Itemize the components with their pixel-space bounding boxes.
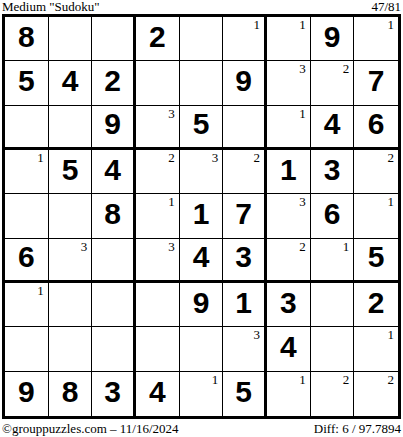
sudoku-cell-r3c2[interactable] xyxy=(49,106,93,150)
pencil-mark: 1 xyxy=(388,328,395,341)
sudoku-cell-r7c8[interactable] xyxy=(311,283,355,327)
pencil-mark: 2 xyxy=(168,151,175,164)
given-digit: 9 xyxy=(235,66,252,96)
sudoku-cell-r7c2[interactable] xyxy=(49,283,93,327)
sudoku-cell-r5c6[interactable]: 7 xyxy=(223,194,267,238)
sudoku-cell-r1c2[interactable] xyxy=(49,17,93,61)
given-digit: 1 xyxy=(235,288,252,318)
pencil-mark: 1 xyxy=(37,151,44,164)
given-digit: 4 xyxy=(149,377,166,407)
given-digit: 4 xyxy=(104,155,121,185)
pencil-mark: 1 xyxy=(343,240,350,253)
sudoku-cell-r1c7[interactable]: 1 xyxy=(267,17,311,61)
sudoku-cell-r8c4[interactable] xyxy=(136,327,180,371)
sudoku-cell-r2c9[interactable]: 7 xyxy=(354,61,398,105)
sudoku-cell-r4c6[interactable]: 2 xyxy=(223,150,267,194)
pencil-mark: 3 xyxy=(81,240,88,253)
sudoku-cell-r9c8[interactable]: 2 xyxy=(311,372,355,416)
sudoku-cell-r7c3[interactable] xyxy=(92,283,136,327)
sudoku-cell-r9c4[interactable]: 4 xyxy=(136,372,180,416)
pencil-mark: 3 xyxy=(168,107,175,120)
given-digit: 8 xyxy=(18,22,35,52)
sudoku-cell-r3c3[interactable]: 9 xyxy=(92,106,136,150)
sudoku-cell-r2c6[interactable]: 9 xyxy=(223,61,267,105)
sudoku-cell-r4c2[interactable]: 5 xyxy=(49,150,93,194)
sudoku-cell-r8c3[interactable] xyxy=(92,327,136,371)
sudoku-cell-r7c1[interactable]: 1 xyxy=(5,283,49,327)
pencil-mark: 2 xyxy=(343,373,350,386)
sudoku-cell-r3c7[interactable]: 1 xyxy=(267,106,311,150)
sudoku-cell-r2c7[interactable]: 3 xyxy=(267,61,311,105)
sudoku-cell-r1c9[interactable]: 1 xyxy=(354,17,398,61)
pencil-mark: 1 xyxy=(299,107,306,120)
sudoku-cell-r6c2[interactable]: 3 xyxy=(49,239,93,283)
sudoku-cell-r7c4[interactable] xyxy=(136,283,180,327)
sudoku-cell-r9c7[interactable]: 1 xyxy=(267,372,311,416)
given-digit: 7 xyxy=(368,66,385,96)
given-digit: 4 xyxy=(324,109,341,139)
header: Medium "Sudoku" 47/81 xyxy=(2,0,401,14)
sudoku-cell-r4c1[interactable]: 1 xyxy=(5,150,49,194)
sudoku-cell-r5c7[interactable]: 3 xyxy=(267,194,311,238)
sudoku-cell-r4c3[interactable]: 4 xyxy=(92,150,136,194)
sudoku-cell-r1c8[interactable]: 9 xyxy=(311,17,355,61)
sudoku-cell-r2c3[interactable]: 2 xyxy=(92,61,136,105)
sudoku-cell-r9c6[interactable]: 5 xyxy=(223,372,267,416)
pencil-mark: 2 xyxy=(254,151,261,164)
sudoku-cell-r8c9[interactable]: 1 xyxy=(354,327,398,371)
pencil-mark: 3 xyxy=(212,151,219,164)
sudoku-cell-r6c3[interactable] xyxy=(92,239,136,283)
given-digit: 4 xyxy=(280,332,297,362)
sudoku-cell-r8c1[interactable] xyxy=(5,327,49,371)
given-digit: 6 xyxy=(18,242,35,272)
pencil-mark: 1 xyxy=(388,195,395,208)
sudoku-cell-r2c4[interactable] xyxy=(136,61,180,105)
given-digit: 2 xyxy=(104,66,121,96)
sudoku-cell-r5c1[interactable] xyxy=(5,194,49,238)
pencil-mark: 1 xyxy=(299,373,306,386)
sudoku-cell-r5c2[interactable] xyxy=(49,194,93,238)
given-digit: 1 xyxy=(193,199,210,229)
copyright-text: ©grouppuzzles.com – 11/16/2024 xyxy=(2,421,179,436)
given-digit: 6 xyxy=(324,199,341,229)
given-digit: 5 xyxy=(368,242,385,272)
sudoku-cell-r9c2[interactable]: 8 xyxy=(49,372,93,416)
given-digit: 3 xyxy=(104,377,121,407)
sudoku-grid: 8211915429327935146154232132811736163343… xyxy=(2,14,401,419)
given-digit: 5 xyxy=(193,109,210,139)
pencil-mark: 2 xyxy=(388,373,395,386)
sudoku-cell-r1c1[interactable]: 8 xyxy=(5,17,49,61)
pencil-mark: 1 xyxy=(299,18,306,31)
sudoku-cell-r3c9[interactable]: 6 xyxy=(354,106,398,150)
sudoku-cell-r6c6[interactable]: 3 xyxy=(223,239,267,283)
given-digit: 9 xyxy=(324,22,341,52)
sudoku-cell-r7c9[interactable]: 2 xyxy=(354,283,398,327)
sudoku-cell-r2c5[interactable] xyxy=(180,61,224,105)
pencil-mark: 2 xyxy=(343,62,350,75)
sudoku-cell-r9c3[interactable]: 3 xyxy=(92,372,136,416)
sudoku-cell-r3c5[interactable]: 5 xyxy=(180,106,224,150)
pencil-mark: 2 xyxy=(299,240,306,253)
sudoku-cell-r4c4[interactable]: 2 xyxy=(136,150,180,194)
given-digit: 1 xyxy=(280,155,297,185)
sudoku-cell-r4c5[interactable]: 3 xyxy=(180,150,224,194)
sudoku-cell-r2c2[interactable]: 4 xyxy=(49,61,93,105)
sudoku-cell-r3c6[interactable] xyxy=(223,106,267,150)
pencil-mark: 3 xyxy=(299,195,306,208)
sudoku-cell-r5c4[interactable]: 1 xyxy=(136,194,180,238)
given-digit: 5 xyxy=(18,66,35,96)
sudoku-cell-r6c1[interactable]: 6 xyxy=(5,239,49,283)
given-digit: 7 xyxy=(235,199,252,229)
sudoku-cell-r8c2[interactable] xyxy=(49,327,93,371)
sudoku-cell-r3c4[interactable]: 3 xyxy=(136,106,180,150)
sudoku-cell-r9c5[interactable]: 1 xyxy=(180,372,224,416)
sudoku-cell-r3c1[interactable] xyxy=(5,106,49,150)
sudoku-cell-r1c6[interactable]: 1 xyxy=(223,17,267,61)
sudoku-cell-r8c7[interactable]: 4 xyxy=(267,327,311,371)
pencil-mark: 1 xyxy=(168,195,175,208)
pencil-mark: 1 xyxy=(388,18,395,31)
pencil-mark: 1 xyxy=(37,284,44,297)
pencil-mark: 2 xyxy=(388,151,395,164)
sudoku-cell-r7c5[interactable]: 9 xyxy=(180,283,224,327)
pencil-mark: 3 xyxy=(168,240,175,253)
sudoku-cell-r8c5[interactable] xyxy=(180,327,224,371)
given-digit: 3 xyxy=(324,155,341,185)
given-digit: 4 xyxy=(193,242,210,272)
sudoku-cell-r5c3[interactable]: 8 xyxy=(92,194,136,238)
pencil-mark: 1 xyxy=(254,18,261,31)
sudoku-cell-r6c5[interactable]: 4 xyxy=(180,239,224,283)
sudoku-cell-r3c8[interactable]: 4 xyxy=(311,106,355,150)
given-digit: 5 xyxy=(62,155,79,185)
sudoku-cell-r8c8[interactable] xyxy=(311,327,355,371)
sudoku-cell-r5c5[interactable]: 1 xyxy=(180,194,224,238)
sudoku-cell-r6c4[interactable]: 3 xyxy=(136,239,180,283)
given-digit: 9 xyxy=(104,109,121,139)
pencil-mark: 1 xyxy=(212,373,219,386)
given-digit: 9 xyxy=(18,377,35,407)
given-digit: 2 xyxy=(149,22,166,52)
pencil-mark: 3 xyxy=(299,62,306,75)
sudoku-cell-r4c8[interactable]: 3 xyxy=(311,150,355,194)
sudoku-cell-r6c9[interactable]: 5 xyxy=(354,239,398,283)
given-digit: 3 xyxy=(280,288,297,318)
sudoku-cell-r6c8[interactable]: 1 xyxy=(311,239,355,283)
page-title: Medium "Sudoku" xyxy=(2,0,100,14)
sudoku-cell-r5c9[interactable]: 1 xyxy=(354,194,398,238)
cell-counter: 47/81 xyxy=(371,0,401,14)
sudoku-cell-r4c7[interactable]: 1 xyxy=(267,150,311,194)
sudoku-cell-r1c3[interactable] xyxy=(92,17,136,61)
given-digit: 3 xyxy=(235,242,252,272)
pencil-mark: 3 xyxy=(254,328,261,341)
given-digit: 4 xyxy=(62,66,79,96)
given-digit: 9 xyxy=(193,288,210,318)
sudoku-cell-r2c1[interactable]: 5 xyxy=(5,61,49,105)
given-digit: 5 xyxy=(235,377,252,407)
sudoku-cell-r4c9[interactable]: 2 xyxy=(354,150,398,194)
given-digit: 2 xyxy=(368,288,385,318)
sudoku-cell-r6c7[interactable]: 2 xyxy=(267,239,311,283)
sudoku-cell-r7c6[interactable]: 1 xyxy=(223,283,267,327)
sudoku-cell-r8c6[interactable]: 3 xyxy=(223,327,267,371)
sudoku-cell-r9c1[interactable]: 9 xyxy=(5,372,49,416)
sudoku-cell-r2c8[interactable]: 2 xyxy=(311,61,355,105)
given-digit: 6 xyxy=(368,109,385,139)
difficulty-text: Diff: 6 / 97.7894 xyxy=(314,421,401,436)
sudoku-cell-r1c5[interactable] xyxy=(180,17,224,61)
sudoku-cell-r5c8[interactable]: 6 xyxy=(311,194,355,238)
sudoku-cell-r7c7[interactable]: 3 xyxy=(267,283,311,327)
given-digit: 8 xyxy=(104,199,121,229)
sudoku-cell-r9c9[interactable]: 2 xyxy=(354,372,398,416)
sudoku-cell-r1c4[interactable]: 2 xyxy=(136,17,180,61)
given-digit: 8 xyxy=(62,377,79,407)
footer: ©grouppuzzles.com – 11/16/2024 Diff: 6 /… xyxy=(2,421,401,437)
